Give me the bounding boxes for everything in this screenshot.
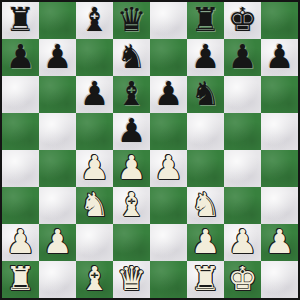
square-d3[interactable]: ♝ (113, 187, 150, 224)
black-queen[interactable]: ♛ (117, 3, 147, 36)
white-queen[interactable]: ♛ (117, 262, 147, 295)
black-pawn[interactable]: ♟ (6, 40, 36, 73)
white-rook[interactable]: ♜ (191, 262, 221, 295)
square-c3[interactable]: ♞ (76, 187, 113, 224)
square-b1[interactable] (39, 261, 76, 298)
square-h4[interactable] (261, 150, 298, 187)
square-c4[interactable]: ♟ (76, 150, 113, 187)
black-pawn[interactable]: ♟ (43, 40, 73, 73)
square-f4[interactable] (187, 150, 224, 187)
square-e2[interactable] (150, 224, 187, 261)
square-b6[interactable] (39, 76, 76, 113)
black-pawn[interactable]: ♟ (191, 40, 221, 73)
square-f2[interactable]: ♟ (187, 224, 224, 261)
square-d4[interactable]: ♟ (113, 150, 150, 187)
black-pawn[interactable]: ♟ (154, 77, 184, 110)
square-h5[interactable] (261, 113, 298, 150)
white-pawn[interactable]: ♟ (191, 225, 221, 258)
black-pawn[interactable]: ♟ (80, 77, 110, 110)
black-rook[interactable]: ♜ (191, 3, 221, 36)
white-rook[interactable]: ♜ (6, 262, 36, 295)
white-pawn[interactable]: ♟ (228, 225, 258, 258)
square-e1[interactable] (150, 261, 187, 298)
black-knight[interactable]: ♞ (191, 77, 221, 110)
black-pawn[interactable]: ♟ (228, 40, 258, 73)
square-d6[interactable]: ♝ (113, 76, 150, 113)
white-pawn[interactable]: ♟ (265, 225, 295, 258)
white-knight[interactable]: ♞ (191, 188, 221, 221)
black-pawn[interactable]: ♟ (265, 40, 295, 73)
square-h8[interactable] (261, 2, 298, 39)
square-d2[interactable] (113, 224, 150, 261)
square-e8[interactable] (150, 2, 187, 39)
square-c6[interactable]: ♟ (76, 76, 113, 113)
white-bishop[interactable]: ♝ (80, 262, 110, 295)
square-f1[interactable]: ♜ (187, 261, 224, 298)
white-king[interactable]: ♚ (228, 262, 258, 295)
square-f8[interactable]: ♜ (187, 2, 224, 39)
square-f5[interactable] (187, 113, 224, 150)
square-d5[interactable]: ♟ (113, 113, 150, 150)
square-a2[interactable]: ♟ (2, 224, 39, 261)
square-e7[interactable] (150, 39, 187, 76)
square-b3[interactable] (39, 187, 76, 224)
square-a6[interactable] (2, 76, 39, 113)
square-a4[interactable] (2, 150, 39, 187)
square-f7[interactable]: ♟ (187, 39, 224, 76)
black-pawn[interactable]: ♟ (117, 114, 147, 147)
square-d8[interactable]: ♛ (113, 2, 150, 39)
square-b7[interactable]: ♟ (39, 39, 76, 76)
black-bishop[interactable]: ♝ (80, 3, 110, 36)
square-c1[interactable]: ♝ (76, 261, 113, 298)
square-g3[interactable] (224, 187, 261, 224)
square-h2[interactable]: ♟ (261, 224, 298, 261)
square-e4[interactable]: ♟ (150, 150, 187, 187)
square-g5[interactable] (224, 113, 261, 150)
square-b2[interactable]: ♟ (39, 224, 76, 261)
black-knight[interactable]: ♞ (117, 40, 147, 73)
white-pawn[interactable]: ♟ (117, 151, 147, 184)
white-pawn[interactable]: ♟ (154, 151, 184, 184)
square-h6[interactable] (261, 76, 298, 113)
black-king[interactable]: ♚ (228, 3, 258, 36)
square-f6[interactable]: ♞ (187, 76, 224, 113)
square-b5[interactable] (39, 113, 76, 150)
square-a7[interactable]: ♟ (2, 39, 39, 76)
square-d1[interactable]: ♛ (113, 261, 150, 298)
square-c2[interactable] (76, 224, 113, 261)
white-pawn[interactable]: ♟ (80, 151, 110, 184)
square-c8[interactable]: ♝ (76, 2, 113, 39)
black-bishop[interactable]: ♝ (117, 77, 147, 110)
square-d7[interactable]: ♞ (113, 39, 150, 76)
square-a3[interactable] (2, 187, 39, 224)
white-knight[interactable]: ♞ (80, 188, 110, 221)
square-c5[interactable] (76, 113, 113, 150)
black-rook[interactable]: ♜ (6, 3, 36, 36)
square-h7[interactable]: ♟ (261, 39, 298, 76)
white-pawn[interactable]: ♟ (6, 225, 36, 258)
square-e3[interactable] (150, 187, 187, 224)
square-g1[interactable]: ♚ (224, 261, 261, 298)
white-pawn[interactable]: ♟ (43, 225, 73, 258)
square-b4[interactable] (39, 150, 76, 187)
chess-board: ♜♝♛♜♚♟♟♞♟♟♟♟♝♟♞♟♟♟♟♞♝♞♟♟♟♟♟♜♝♛♜♚ (0, 0, 300, 300)
square-a8[interactable]: ♜ (2, 2, 39, 39)
square-g8[interactable]: ♚ (224, 2, 261, 39)
square-g6[interactable] (224, 76, 261, 113)
square-a1[interactable]: ♜ (2, 261, 39, 298)
square-e5[interactable] (150, 113, 187, 150)
square-f3[interactable]: ♞ (187, 187, 224, 224)
square-c7[interactable] (76, 39, 113, 76)
square-h3[interactable] (261, 187, 298, 224)
square-g7[interactable]: ♟ (224, 39, 261, 76)
white-bishop[interactable]: ♝ (117, 188, 147, 221)
square-a5[interactable] (2, 113, 39, 150)
square-e6[interactable]: ♟ (150, 76, 187, 113)
square-g4[interactable] (224, 150, 261, 187)
square-g2[interactable]: ♟ (224, 224, 261, 261)
square-h1[interactable] (261, 261, 298, 298)
square-b8[interactable] (39, 2, 76, 39)
